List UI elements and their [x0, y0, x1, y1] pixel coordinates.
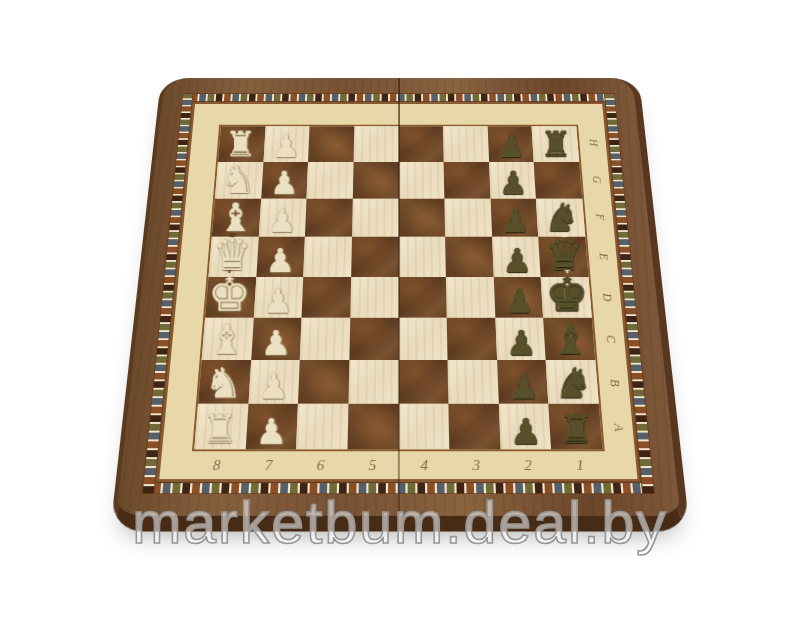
square: [448, 360, 499, 404]
white-king-piece: ♚✚: [205, 270, 253, 318]
queen-ball-finial: ●: [228, 229, 236, 238]
file-label: H: [570, 133, 616, 153]
square: ♝: [202, 317, 254, 359]
square: ♞: [546, 360, 599, 404]
black-pawn-piece: ♟: [497, 326, 546, 360]
black-rook-piece: ♜: [551, 410, 602, 450]
queen-ball-finial: ●: [561, 229, 569, 238]
black-pawn-piece: ♟: [500, 414, 551, 449]
square: [399, 126, 444, 162]
square: [296, 404, 348, 450]
square: ♚✚: [541, 277, 592, 318]
square: ♜: [194, 404, 248, 450]
black-pawn-piece: ♟: [499, 369, 549, 404]
white-knight-piece: ♞: [198, 362, 248, 404]
white-bishop-piece: ♝: [202, 318, 251, 359]
black-pawn-piece: ♟: [489, 131, 534, 162]
black-knight-piece: ♞: [549, 362, 599, 404]
square: ♟: [490, 199, 538, 237]
square: [348, 360, 398, 404]
square: [305, 199, 352, 237]
white-rook-piece: ♜: [194, 410, 245, 450]
square: [444, 162, 491, 199]
white-knight-piece: ♞: [215, 160, 261, 199]
white-pawn-piece: ♟: [248, 369, 298, 404]
square: ♟: [493, 277, 543, 318]
square: ♟: [487, 126, 534, 162]
black-pawn-piece: ♟: [492, 205, 539, 237]
white-pawn-piece: ♟: [256, 244, 303, 277]
watermark-text: marketbum.deal.by: [132, 489, 668, 557]
square: [351, 237, 399, 276]
square: [445, 237, 493, 276]
file-label: G: [573, 169, 620, 189]
white-pawn-piece: ♟: [251, 326, 300, 360]
square: [398, 360, 448, 404]
square: [347, 404, 398, 450]
square: ♟: [248, 360, 300, 404]
square: [353, 126, 398, 162]
white-pawn-piece: ♟: [253, 284, 301, 317]
square: ♟: [261, 162, 308, 199]
square: ♞: [215, 162, 263, 199]
square: ♟: [497, 360, 549, 404]
king-cross-finial: ✚: [225, 266, 233, 275]
square: ♞: [198, 360, 251, 404]
black-pawn-piece: ♟: [490, 167, 536, 199]
square: [307, 162, 354, 199]
black-pawn-piece: ♟: [495, 284, 543, 317]
square: ♟: [253, 277, 303, 318]
white-pawn-piece: ♟: [258, 205, 305, 237]
square: ♝: [543, 317, 595, 359]
black-bishop-piece: ♝: [546, 318, 595, 359]
square: ♟: [258, 199, 306, 237]
square: ♟: [499, 404, 552, 450]
square: ♟: [492, 237, 541, 276]
black-pawn-piece: ♟: [493, 244, 540, 277]
square: [443, 126, 489, 162]
square: [304, 237, 352, 276]
square: [398, 404, 449, 450]
square: [399, 199, 446, 237]
square: [298, 360, 349, 404]
square: ♜: [549, 404, 603, 450]
square: [308, 126, 354, 162]
square: ♟: [263, 126, 310, 162]
square: [353, 162, 399, 199]
white-pawn-piece: ♟: [261, 167, 307, 199]
king-cross-finial: ✚: [564, 266, 572, 275]
square: [449, 404, 501, 450]
chess-board: 87654321 ABCDEFGH ♜♟♟♜♞♟♟♝♟♟♞♛●♟♟♛●♚✚♟♟♚…: [110, 78, 690, 531]
file-label: E: [579, 246, 628, 268]
white-pawn-piece: ♟: [263, 131, 308, 162]
white-pawn-piece: ♟: [245, 414, 296, 449]
square: [352, 199, 399, 237]
file-label: F: [576, 207, 624, 228]
square: [444, 199, 491, 237]
square: ♚✚: [205, 277, 256, 318]
black-king-piece: ♚✚: [543, 270, 591, 318]
square: ♟: [245, 404, 298, 450]
product-photo: 87654321 ABCDEFGH ♜♟♟♜♞♟♟♝♟♟♞♛●♟♟♛●♚✚♟♟♚…: [0, 0, 800, 617]
square: [399, 237, 446, 276]
square: [399, 162, 445, 199]
square: ♟: [256, 237, 305, 276]
square: ♟: [489, 162, 536, 199]
